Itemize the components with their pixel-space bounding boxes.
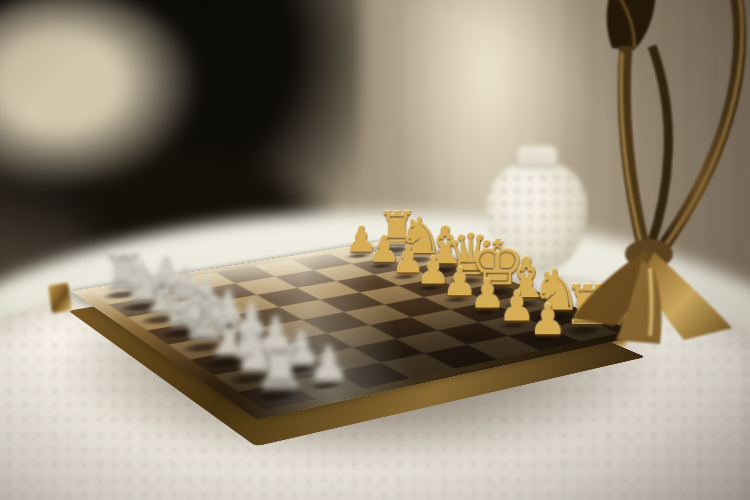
- vase-neck: [517, 146, 557, 166]
- scene: ♜♞♝♛♚♝♞♜♟♟♟♟♟♟♟♟♟♟♟♟♟♟♟♟♜♞♝♛♚♝♞♜: [0, 0, 750, 500]
- brass-candlestick: [556, 0, 750, 368]
- candle-stem-middle: [650, 46, 668, 248]
- board-corner-foot: [48, 283, 72, 314]
- piece-black-rook: ♜: [238, 336, 323, 397]
- candlestick-drawing: [556, 0, 750, 368]
